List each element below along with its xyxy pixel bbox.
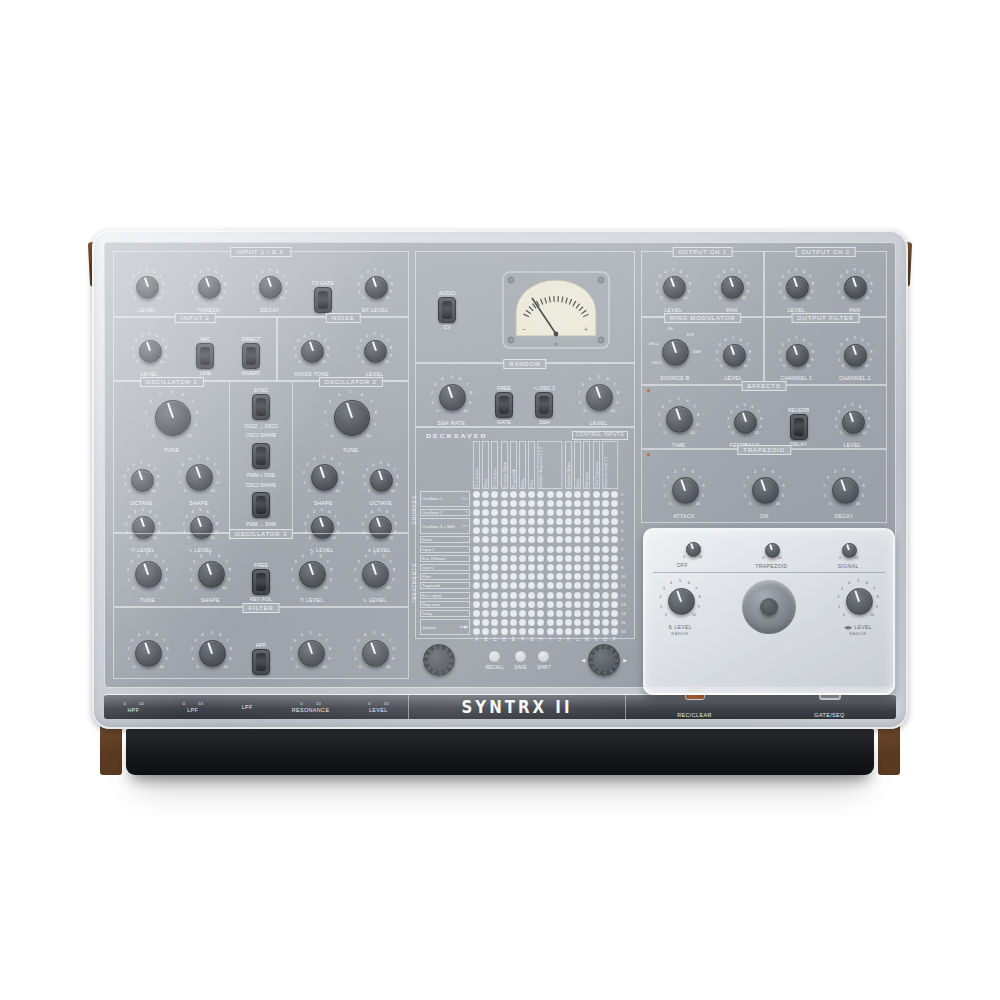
matrix-hole[interactable] <box>510 564 517 571</box>
matrix-hole[interactable] <box>537 601 544 608</box>
matrix-hole[interactable] <box>482 536 489 543</box>
matrix-hole[interactable] <box>473 573 480 580</box>
matrix-hole[interactable] <box>583 601 590 608</box>
matrix-hole[interactable] <box>565 546 572 553</box>
toggle-switch[interactable] <box>790 414 808 440</box>
matrix-hole[interactable] <box>583 536 590 543</box>
matrix-hole[interactable] <box>537 500 544 507</box>
matrix-hole[interactable] <box>611 610 618 617</box>
matrix-hole[interactable] <box>565 536 572 543</box>
matrix-hole[interactable] <box>602 518 609 525</box>
knob[interactable] <box>155 400 191 436</box>
toggle-switch[interactable] <box>252 492 270 518</box>
matrix-hole[interactable] <box>537 628 544 635</box>
matrix-hole[interactable] <box>565 564 572 571</box>
matrix-hole[interactable] <box>556 601 563 608</box>
matrix-hole[interactable] <box>482 546 489 553</box>
matrix-hole[interactable] <box>482 518 489 525</box>
matrix-hole[interactable] <box>482 564 489 571</box>
rec-clear-button[interactable]: REC/CLEAR <box>677 694 711 721</box>
matrix-hole[interactable] <box>556 500 563 507</box>
matrix-hole[interactable] <box>556 619 563 626</box>
matrix-hole[interactable] <box>519 619 526 626</box>
matrix-hole[interactable] <box>537 509 544 516</box>
knob[interactable] <box>752 477 779 504</box>
knob[interactable] <box>765 543 780 558</box>
matrix-hole[interactable] <box>556 546 563 553</box>
matrix-hole[interactable] <box>583 628 590 635</box>
matrix-hole[interactable] <box>510 592 517 599</box>
matrix-hole[interactable] <box>602 592 609 599</box>
matrix-hole[interactable] <box>593 555 600 562</box>
matrix-hole[interactable] <box>519 509 526 516</box>
matrix-hole[interactable] <box>537 573 544 580</box>
matrix-hole[interactable] <box>593 582 600 589</box>
matrix-hole[interactable] <box>556 592 563 599</box>
matrix-hole[interactable] <box>565 601 572 608</box>
matrix-hole[interactable] <box>473 610 480 617</box>
matrix-hole[interactable] <box>574 491 581 498</box>
matrix-hole[interactable] <box>528 610 535 617</box>
knob[interactable] <box>832 477 859 504</box>
matrix-hole[interactable] <box>556 573 563 580</box>
knob[interactable] <box>198 276 221 299</box>
matrix-hole[interactable] <box>547 573 554 580</box>
matrix-hole[interactable] <box>574 518 581 525</box>
encoder-right[interactable] <box>588 644 620 676</box>
matrix-hole[interactable] <box>519 592 526 599</box>
knob[interactable] <box>139 340 162 363</box>
knob[interactable] <box>362 640 389 667</box>
matrix-hole[interactable] <box>556 582 563 589</box>
matrix-hole[interactable] <box>611 601 618 608</box>
matrix-hole[interactable] <box>528 564 535 571</box>
matrix-hole[interactable] <box>574 610 581 617</box>
matrix-hole[interactable] <box>602 601 609 608</box>
matrix-hole[interactable] <box>583 610 590 617</box>
matrix-hole[interactable] <box>602 619 609 626</box>
matrix-hole[interactable] <box>537 536 544 543</box>
knob[interactable] <box>734 411 757 434</box>
matrix-hole[interactable] <box>547 592 554 599</box>
matrix-hole[interactable] <box>602 564 609 571</box>
matrix-hole[interactable] <box>565 527 572 534</box>
matrix-hole[interactable] <box>528 619 535 626</box>
matrix-hole[interactable] <box>611 592 618 599</box>
matrix-hole[interactable] <box>482 610 489 617</box>
matrix-hole[interactable] <box>547 601 554 608</box>
matrix-hole[interactable] <box>547 546 554 553</box>
matrix-hole[interactable] <box>574 628 581 635</box>
matrix-hole[interactable] <box>510 500 517 507</box>
matrix-hole[interactable] <box>593 573 600 580</box>
matrix-hole[interactable] <box>602 491 609 498</box>
matrix-hole[interactable] <box>537 582 544 589</box>
matrix-hole[interactable] <box>593 546 600 553</box>
knob[interactable] <box>439 384 466 411</box>
matrix-hole[interactable] <box>537 555 544 562</box>
matrix-hole[interactable] <box>519 582 526 589</box>
matrix-hole[interactable] <box>519 555 526 562</box>
matrix-hole[interactable] <box>482 491 489 498</box>
matrix-hole[interactable] <box>491 592 498 599</box>
shift-button[interactable] <box>537 650 550 663</box>
matrix-hole[interactable] <box>491 536 498 543</box>
matrix-hole[interactable] <box>519 601 526 608</box>
matrix-hole[interactable] <box>593 610 600 617</box>
matrix-hole[interactable] <box>602 555 609 562</box>
matrix-hole[interactable] <box>501 527 508 534</box>
toggle-switch[interactable] <box>535 392 553 418</box>
matrix-hole[interactable] <box>611 564 618 571</box>
matrix-hole[interactable] <box>547 610 554 617</box>
matrix-hole[interactable] <box>611 491 618 498</box>
matrix-hole[interactable] <box>556 610 563 617</box>
matrix-hole[interactable] <box>583 500 590 507</box>
matrix-hole[interactable] <box>510 518 517 525</box>
matrix-hole[interactable] <box>537 518 544 525</box>
matrix-hole[interactable] <box>473 619 480 626</box>
matrix-hole[interactable] <box>556 555 563 562</box>
matrix-hole[interactable] <box>565 518 572 525</box>
knob[interactable] <box>299 561 326 588</box>
matrix-hole[interactable] <box>482 582 489 589</box>
matrix-hole[interactable] <box>482 573 489 580</box>
knob[interactable] <box>723 344 746 367</box>
matrix-hole[interactable] <box>583 582 590 589</box>
matrix-hole[interactable] <box>510 527 517 534</box>
matrix-hole[interactable] <box>473 592 480 599</box>
matrix-hole[interactable] <box>565 509 572 516</box>
matrix-hole[interactable] <box>510 610 517 617</box>
matrix-hole[interactable] <box>583 527 590 534</box>
matrix-hole[interactable] <box>491 601 498 608</box>
matrix-hole[interactable] <box>611 509 618 516</box>
matrix-hole[interactable] <box>491 518 498 525</box>
matrix-hole[interactable] <box>593 619 600 626</box>
matrix-hole[interactable] <box>528 536 535 543</box>
matrix-hole[interactable] <box>501 601 508 608</box>
knob[interactable] <box>135 561 162 588</box>
matrix-hole[interactable] <box>482 527 489 534</box>
toggle-switch[interactable] <box>252 443 270 469</box>
matrix-hole[interactable] <box>602 546 609 553</box>
matrix-hole[interactable] <box>547 518 554 525</box>
matrix-hole[interactable] <box>565 628 572 635</box>
matrix-hole[interactable] <box>565 555 572 562</box>
matrix-hole[interactable] <box>611 527 618 534</box>
matrix-hole[interactable] <box>501 573 508 580</box>
matrix-hole[interactable] <box>491 527 498 534</box>
toggle-switch[interactable] <box>252 649 270 675</box>
matrix-hole[interactable] <box>565 592 572 599</box>
matrix-hole[interactable] <box>593 564 600 571</box>
matrix-hole[interactable] <box>565 582 572 589</box>
knob[interactable] <box>842 411 865 434</box>
matrix-hole[interactable] <box>611 619 618 626</box>
matrix-hole[interactable] <box>501 582 508 589</box>
matrix-hole[interactable] <box>501 564 508 571</box>
matrix-hole[interactable] <box>556 628 563 635</box>
matrix-hole[interactable] <box>501 628 508 635</box>
knob[interactable] <box>365 276 388 299</box>
matrix-hole[interactable] <box>519 573 526 580</box>
matrix-hole[interactable] <box>574 509 581 516</box>
matrix-hole[interactable] <box>602 582 609 589</box>
matrix-hole[interactable] <box>491 500 498 507</box>
matrix-hole[interactable] <box>547 555 554 562</box>
matrix-hole[interactable] <box>473 509 480 516</box>
matrix-hole[interactable] <box>611 546 618 553</box>
matrix-hole[interactable] <box>574 536 581 543</box>
matrix-hole[interactable] <box>547 536 554 543</box>
toggle-switch[interactable] <box>438 297 456 323</box>
matrix-hole[interactable] <box>501 491 508 498</box>
matrix-hole[interactable] <box>565 610 572 617</box>
matrix-hole[interactable] <box>519 546 526 553</box>
knob[interactable] <box>199 640 226 667</box>
knob[interactable] <box>334 400 370 436</box>
matrix-hole[interactable] <box>473 555 480 562</box>
matrix-hole[interactable] <box>501 536 508 543</box>
matrix-hole[interactable] <box>491 491 498 498</box>
matrix-hole[interactable] <box>593 500 600 507</box>
matrix-hole[interactable] <box>473 582 480 589</box>
matrix-hole[interactable] <box>473 500 480 507</box>
matrix-hole[interactable] <box>583 555 590 562</box>
matrix-hole[interactable] <box>602 573 609 580</box>
matrix-hole[interactable] <box>593 592 600 599</box>
matrix-hole[interactable] <box>537 619 544 626</box>
matrix-hole[interactable] <box>565 500 572 507</box>
knob[interactable] <box>662 339 689 366</box>
matrix-hole[interactable] <box>537 564 544 571</box>
matrix-hole[interactable] <box>537 610 544 617</box>
matrix-hole[interactable] <box>482 619 489 626</box>
matrix-hole[interactable] <box>556 518 563 525</box>
matrix-hole[interactable] <box>602 509 609 516</box>
matrix-hole[interactable] <box>537 527 544 534</box>
matrix-hole[interactable] <box>491 564 498 571</box>
knob[interactable] <box>668 588 695 615</box>
knob[interactable] <box>301 340 324 363</box>
matrix-hole[interactable] <box>537 491 544 498</box>
matrix-hole[interactable] <box>482 555 489 562</box>
matrix-hole[interactable] <box>510 619 517 626</box>
matrix-hole[interactable] <box>547 619 554 626</box>
matrix-hole[interactable] <box>574 546 581 553</box>
matrix-hole[interactable] <box>501 592 508 599</box>
matrix-hole[interactable] <box>510 573 517 580</box>
matrix-hole[interactable] <box>528 601 535 608</box>
matrix-hole[interactable] <box>556 564 563 571</box>
matrix-hole[interactable] <box>537 546 544 553</box>
matrix-hole[interactable] <box>491 509 498 516</box>
matrix-hole[interactable] <box>602 628 609 635</box>
matrix-hole[interactable] <box>528 491 535 498</box>
matrix-hole[interactable] <box>501 518 508 525</box>
matrix-hole[interactable] <box>593 509 600 516</box>
matrix-hole[interactable] <box>565 491 572 498</box>
matrix-hole[interactable] <box>556 509 563 516</box>
matrix-hole[interactable] <box>501 500 508 507</box>
matrix-hole[interactable] <box>583 546 590 553</box>
matrix-hole[interactable] <box>583 573 590 580</box>
matrix-hole[interactable] <box>583 619 590 626</box>
matrix-hole[interactable] <box>583 491 590 498</box>
matrix-hole[interactable] <box>528 546 535 553</box>
matrix-hole[interactable] <box>602 527 609 534</box>
toggle-switch[interactable] <box>252 569 270 595</box>
matrix-hole[interactable] <box>593 518 600 525</box>
matrix-hole[interactable] <box>491 619 498 626</box>
matrix-hole[interactable] <box>565 619 572 626</box>
knob[interactable] <box>663 276 686 299</box>
matrix-hole[interactable] <box>574 527 581 534</box>
matrix-hole[interactable] <box>574 582 581 589</box>
matrix-hole[interactable] <box>519 518 526 525</box>
matrix-hole[interactable] <box>611 573 618 580</box>
matrix-hole[interactable] <box>510 509 517 516</box>
matrix-hole[interactable] <box>602 610 609 617</box>
matrix-hole[interactable] <box>547 509 554 516</box>
matrix-hole[interactable] <box>519 500 526 507</box>
pin-matrix-grid[interactable] <box>473 491 618 636</box>
matrix-hole[interactable] <box>510 582 517 589</box>
save-button[interactable] <box>514 650 527 663</box>
matrix-hole[interactable] <box>528 527 535 534</box>
matrix-hole[interactable] <box>583 592 590 599</box>
matrix-hole[interactable] <box>556 536 563 543</box>
matrix-hole[interactable] <box>547 527 554 534</box>
matrix-hole[interactable] <box>574 555 581 562</box>
matrix-hole[interactable] <box>583 509 590 516</box>
knob[interactable] <box>586 384 613 411</box>
matrix-hole[interactable] <box>583 564 590 571</box>
matrix-hole[interactable] <box>510 546 517 553</box>
knob[interactable] <box>311 464 338 491</box>
matrix-hole[interactable] <box>528 573 535 580</box>
matrix-hole[interactable] <box>593 491 600 498</box>
matrix-hole[interactable] <box>574 573 581 580</box>
matrix-hole[interactable] <box>482 500 489 507</box>
matrix-hole[interactable] <box>547 500 554 507</box>
toggle-switch[interactable] <box>314 287 332 313</box>
matrix-hole[interactable] <box>593 527 600 534</box>
matrix-hole[interactable] <box>510 536 517 543</box>
recall-button[interactable] <box>488 650 501 663</box>
matrix-hole[interactable] <box>510 491 517 498</box>
matrix-hole[interactable] <box>528 628 535 635</box>
encoder-left[interactable] <box>423 644 455 676</box>
toggle-switch[interactable] <box>252 394 270 420</box>
knob[interactable] <box>786 344 809 367</box>
matrix-hole[interactable] <box>510 555 517 562</box>
matrix-hole[interactable] <box>593 536 600 543</box>
matrix-hole[interactable] <box>482 601 489 608</box>
matrix-hole[interactable] <box>473 628 480 635</box>
matrix-hole[interactable] <box>510 628 517 635</box>
matrix-hole[interactable] <box>611 555 618 562</box>
matrix-hole[interactable] <box>611 582 618 589</box>
matrix-hole[interactable] <box>519 536 526 543</box>
toggle-switch[interactable] <box>495 392 513 418</box>
matrix-hole[interactable] <box>528 518 535 525</box>
matrix-hole[interactable] <box>602 536 609 543</box>
matrix-hole[interactable] <box>611 536 618 543</box>
knob[interactable] <box>370 469 393 492</box>
knob[interactable] <box>666 406 693 433</box>
knob[interactable] <box>686 542 701 557</box>
matrix-hole[interactable] <box>491 610 498 617</box>
knob[interactable] <box>846 588 873 615</box>
matrix-hole[interactable] <box>473 518 480 525</box>
matrix-hole[interactable] <box>565 573 572 580</box>
toggle-switch[interactable] <box>242 343 260 369</box>
knob[interactable] <box>721 276 744 299</box>
matrix-hole[interactable] <box>574 592 581 599</box>
matrix-hole[interactable] <box>583 518 590 525</box>
knob[interactable] <box>844 276 867 299</box>
matrix-hole[interactable] <box>491 628 498 635</box>
matrix-hole[interactable] <box>547 628 554 635</box>
matrix-hole[interactable] <box>473 601 480 608</box>
matrix-hole[interactable] <box>556 491 563 498</box>
knob[interactable] <box>362 561 389 588</box>
knob[interactable] <box>672 477 699 504</box>
matrix-hole[interactable] <box>547 582 554 589</box>
matrix-hole[interactable] <box>501 555 508 562</box>
matrix-hole[interactable] <box>528 509 535 516</box>
matrix-hole[interactable] <box>593 628 600 635</box>
knob[interactable] <box>259 276 282 299</box>
matrix-hole[interactable] <box>528 582 535 589</box>
knob[interactable] <box>298 640 325 667</box>
knob[interactable] <box>844 344 867 367</box>
matrix-hole[interactable] <box>519 491 526 498</box>
knob[interactable] <box>364 340 387 363</box>
matrix-hole[interactable] <box>611 518 618 525</box>
matrix-hole[interactable] <box>528 555 535 562</box>
matrix-hole[interactable] <box>547 564 554 571</box>
matrix-hole[interactable] <box>602 500 609 507</box>
matrix-hole[interactable] <box>611 500 618 507</box>
matrix-hole[interactable] <box>510 601 517 608</box>
matrix-hole[interactable] <box>491 582 498 589</box>
matrix-hole[interactable] <box>574 619 581 626</box>
matrix-hole[interactable] <box>473 546 480 553</box>
knob[interactable] <box>131 469 154 492</box>
matrix-hole[interactable] <box>473 536 480 543</box>
matrix-hole[interactable] <box>482 592 489 599</box>
matrix-hole[interactable] <box>519 564 526 571</box>
knob[interactable] <box>786 276 809 299</box>
matrix-hole[interactable] <box>491 573 498 580</box>
matrix-hole[interactable] <box>501 546 508 553</box>
matrix-hole[interactable] <box>528 500 535 507</box>
gate-seq-button[interactable]: GATE/SEQ <box>814 694 844 721</box>
matrix-hole[interactable] <box>528 592 535 599</box>
matrix-hole[interactable] <box>482 628 489 635</box>
knob[interactable] <box>842 543 857 558</box>
matrix-hole[interactable] <box>519 628 526 635</box>
knob[interactable] <box>136 276 159 299</box>
matrix-hole[interactable] <box>574 500 581 507</box>
matrix-hole[interactable] <box>501 509 508 516</box>
matrix-hole[interactable] <box>537 592 544 599</box>
matrix-hole[interactable] <box>556 527 563 534</box>
matrix-hole[interactable] <box>473 527 480 534</box>
